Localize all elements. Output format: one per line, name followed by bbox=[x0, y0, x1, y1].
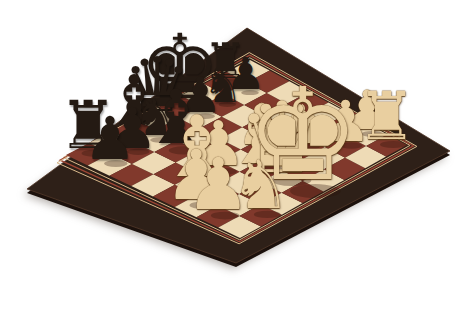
piece-shadow bbox=[290, 184, 341, 198]
piece-shadow bbox=[195, 114, 215, 119]
piece-shadow bbox=[299, 144, 320, 150]
piece-shadow bbox=[82, 150, 109, 157]
piece-shadow bbox=[221, 79, 240, 84]
piece-shadow bbox=[171, 101, 207, 111]
piece-shadow bbox=[169, 146, 199, 154]
piece-shadow bbox=[127, 126, 154, 133]
piece-shadow bbox=[254, 211, 281, 218]
piece-shadow bbox=[340, 143, 363, 149]
chessboard bbox=[0, 0, 465, 309]
piece-shadow bbox=[190, 201, 218, 209]
piece-shadow bbox=[127, 149, 150, 155]
piece-shadow bbox=[219, 102, 236, 107]
piece-shadow bbox=[211, 212, 240, 220]
piece-shadow bbox=[104, 160, 128, 167]
piece-shadow bbox=[253, 166, 286, 175]
piece-shadow bbox=[380, 141, 407, 148]
piece-shadow bbox=[212, 168, 237, 175]
piece-shadow bbox=[149, 114, 179, 122]
piece-shadow bbox=[272, 175, 311, 186]
piece-shadow bbox=[256, 145, 279, 151]
piece-shadow bbox=[362, 131, 384, 137]
piece-shadow bbox=[188, 178, 222, 187]
piece-shadow bbox=[150, 137, 170, 143]
piece-shadow bbox=[241, 90, 259, 95]
chess-set-photo: ♜♟♞♚♟♛♝♟♞♜♟♞♟♝♟♜♟♝♟♛♝♚♟♞♟ bbox=[0, 0, 465, 309]
